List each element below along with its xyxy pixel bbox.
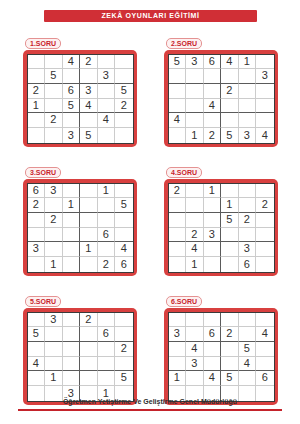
cell-r3c1[interactable] xyxy=(169,84,187,99)
cell-r4c4[interactable] xyxy=(221,99,239,114)
cell-r2c3[interactable] xyxy=(63,69,81,84)
worksheet-page: ZEKÂ OYUNLARI EĞİTİMİ 1.SORU 42532635154… xyxy=(0,0,300,424)
cell-r6c1[interactable] xyxy=(169,257,187,272)
cell-r3c4: 2 xyxy=(221,84,239,99)
cell-r4c1[interactable] xyxy=(169,228,187,243)
cell-r2c2[interactable] xyxy=(45,327,63,342)
cell-r5c6[interactable] xyxy=(256,113,274,128)
cell-r5c5: 3 xyxy=(239,242,257,257)
cell-r1c3[interactable] xyxy=(204,313,222,328)
cell-r3c1[interactable] xyxy=(169,342,187,357)
cell-r2c6: 3 xyxy=(256,69,274,84)
cell-r5c6[interactable] xyxy=(256,242,274,257)
cell-r5c5[interactable] xyxy=(98,242,116,257)
sudoku-board-2: 53641324412534 xyxy=(164,50,278,147)
cell-r3c2[interactable] xyxy=(186,213,204,228)
cell-r6c4[interactable] xyxy=(221,257,239,272)
cell-r1c4: 4 xyxy=(221,55,239,70)
cell-r2c2[interactable] xyxy=(186,198,204,213)
cell-r3c2[interactable] xyxy=(45,84,63,99)
sudoku-board-2-cells: 53641324412534 xyxy=(168,54,275,144)
cell-r4c4: 4 xyxy=(80,99,98,114)
cell-r5c4[interactable] xyxy=(80,371,98,386)
puzzle-2-label: 2.SORU xyxy=(166,38,202,49)
cell-r3c6: 2 xyxy=(115,342,133,357)
cell-r2c3: 1 xyxy=(63,198,81,213)
cell-r1c5[interactable] xyxy=(98,55,116,70)
cell-r3c5[interactable] xyxy=(98,213,116,228)
cell-r4c4[interactable] xyxy=(80,357,98,372)
cell-r5c1: 4 xyxy=(169,113,187,128)
cell-r3c3: 6 xyxy=(63,84,81,99)
cell-r2c6: 5 xyxy=(115,198,133,213)
cell-r2c1: 5 xyxy=(28,327,46,342)
cell-r6c6: 6 xyxy=(115,257,133,272)
cell-r3c2: 2 xyxy=(45,213,63,228)
cell-r5c4: 1 xyxy=(80,242,98,257)
cell-r3c6[interactable] xyxy=(256,213,274,228)
cell-r5c2: 2 xyxy=(45,113,63,128)
cell-r2c6: 4 xyxy=(256,327,274,342)
cell-r1c5[interactable] xyxy=(239,184,257,199)
cell-r3c5: 2 xyxy=(239,213,257,228)
cell-r1c4[interactable] xyxy=(221,313,239,328)
cell-r2c6[interactable] xyxy=(115,69,133,84)
cell-r5c1[interactable] xyxy=(28,113,46,128)
cell-r1c1: 6 xyxy=(28,184,46,199)
cell-r6c3: 3 xyxy=(63,128,81,143)
cell-r5c5: 4 xyxy=(98,113,116,128)
cell-r2c2: 5 xyxy=(45,69,63,84)
cell-r4c1: 1 xyxy=(28,99,46,114)
cell-r1c6[interactable] xyxy=(256,184,274,199)
cell-r2c2[interactable] xyxy=(186,327,204,342)
cell-r4c2[interactable] xyxy=(45,357,63,372)
cell-r5c2: 1 xyxy=(45,371,63,386)
cell-r2c5[interactable] xyxy=(239,327,257,342)
cell-r4c5[interactable] xyxy=(98,357,116,372)
cell-r1c6[interactable] xyxy=(256,55,274,70)
cell-r1c5[interactable] xyxy=(239,313,257,328)
cell-r4c6[interactable] xyxy=(256,228,274,243)
cell-r1c3: 4 xyxy=(63,55,81,70)
puzzle-5-label: 5.SORU xyxy=(25,296,61,307)
cell-r2c4[interactable] xyxy=(221,69,239,84)
cell-r3c1[interactable] xyxy=(28,213,46,228)
cell-r5c1: 1 xyxy=(169,371,187,386)
cell-r3c1[interactable] xyxy=(169,213,187,228)
cell-r1c5: 1 xyxy=(239,55,257,70)
cell-r4c2[interactable] xyxy=(45,99,63,114)
cell-r1c1: 5 xyxy=(169,55,187,70)
cell-r1c2: 3 xyxy=(186,55,204,70)
sudoku-board-1: 4253263515422435 xyxy=(23,50,137,147)
cell-r2c4[interactable] xyxy=(80,327,98,342)
puzzle-block-2: 2.SORU 53641324412534 xyxy=(164,32,280,147)
cell-r4c6[interactable] xyxy=(256,99,274,114)
cell-r1c4: 2 xyxy=(80,55,98,70)
cell-r1c3: 6 xyxy=(204,55,222,70)
cell-r5c3[interactable] xyxy=(63,371,81,386)
cell-r5c2[interactable] xyxy=(186,371,204,386)
cell-r4c3[interactable] xyxy=(63,357,81,372)
cell-r3c5: 5 xyxy=(239,342,257,357)
cell-r3c3[interactable] xyxy=(204,213,222,228)
cell-r5c4: 5 xyxy=(221,371,239,386)
cell-r4c2[interactable] xyxy=(45,228,63,243)
sudoku-board-5-cells: 3256241531 xyxy=(27,312,134,402)
cell-r3c6: 5 xyxy=(115,84,133,99)
cell-r5c1[interactable] xyxy=(169,242,187,257)
cell-r2c1[interactable] xyxy=(169,69,187,84)
cell-r5c1[interactable] xyxy=(28,371,46,386)
cell-r3c1[interactable] xyxy=(28,342,46,357)
cell-r1c2: 3 xyxy=(45,184,63,199)
cell-r3c3[interactable] xyxy=(63,342,81,357)
cell-r6c5: 3 xyxy=(239,128,257,143)
cell-r5c6[interactable] xyxy=(115,113,133,128)
cell-r6c4[interactable] xyxy=(80,257,98,272)
cell-r2c6: 2 xyxy=(256,198,274,213)
cell-r1c6[interactable] xyxy=(115,313,133,328)
puzzle-block-6: 6.SORU 362445341456 xyxy=(164,290,280,405)
cell-r5c4[interactable] xyxy=(221,242,239,257)
cell-r4c6[interactable] xyxy=(256,357,274,372)
cell-r4c6: 2 xyxy=(115,99,133,114)
cell-r2c4[interactable] xyxy=(80,69,98,84)
cell-r3c5[interactable] xyxy=(98,342,116,357)
cell-r1c1[interactable] xyxy=(28,55,46,70)
cell-r3c2[interactable] xyxy=(45,342,63,357)
cell-r6c2: 1 xyxy=(186,257,204,272)
sudoku-board-6: 362445341456 xyxy=(164,308,278,405)
cell-r2c5: 3 xyxy=(98,69,116,84)
cell-r1c6[interactable] xyxy=(115,55,133,70)
cell-r5c2[interactable] xyxy=(45,242,63,257)
puzzle-3-label: 3.SORU xyxy=(25,167,61,178)
cell-r6c5: 6 xyxy=(239,257,257,272)
cell-r6c5[interactable] xyxy=(98,128,116,143)
cell-r5c5[interactable] xyxy=(98,371,116,386)
cell-r3c6[interactable] xyxy=(115,213,133,228)
cell-r4c4[interactable] xyxy=(221,228,239,243)
cell-r2c3: 6 xyxy=(204,327,222,342)
puzzle-6-label: 6.SORU xyxy=(166,296,202,307)
cell-r4c5[interactable] xyxy=(239,99,257,114)
cell-r3c3[interactable] xyxy=(204,342,222,357)
cell-r6c2: 1 xyxy=(45,257,63,272)
cell-r4c1: 4 xyxy=(28,357,46,372)
cell-r4c1[interactable] xyxy=(28,228,46,243)
cell-r5c3[interactable] xyxy=(204,242,222,257)
cell-r3c2: 4 xyxy=(186,342,204,357)
cell-r4c3[interactable] xyxy=(63,228,81,243)
cell-r5c6: 6 xyxy=(256,371,274,386)
cell-r1c4[interactable] xyxy=(221,184,239,199)
cell-r5c6: 4 xyxy=(115,242,133,257)
cell-r4c1[interactable] xyxy=(169,357,187,372)
sudoku-board-1-cells: 4253263515422435 xyxy=(27,54,134,144)
cell-r4c3: 5 xyxy=(63,99,81,114)
cell-r2c4: 2 xyxy=(221,327,239,342)
cell-r1c6[interactable] xyxy=(256,313,274,328)
cell-r5c3[interactable] xyxy=(204,113,222,128)
cell-r1c2: 3 xyxy=(45,313,63,328)
puzzle-block-1: 1.SORU 4253263515422435 xyxy=(23,32,139,147)
sudoku-board-3: 63121526314126 xyxy=(23,179,137,276)
cell-r3c4[interactable] xyxy=(221,342,239,357)
cell-r4c2: 3 xyxy=(186,357,204,372)
cell-r2c2[interactable] xyxy=(186,69,204,84)
cell-r5c3[interactable] xyxy=(63,113,81,128)
puzzle-block-4: 4.SORU 211252234316 xyxy=(164,161,280,276)
cell-r2c5[interactable] xyxy=(98,198,116,213)
cell-r3c6[interactable] xyxy=(256,84,274,99)
sudoku-board-4-cells: 211252234316 xyxy=(168,183,275,273)
cell-r4c6[interactable] xyxy=(115,228,133,243)
cell-r5c3[interactable] xyxy=(63,242,81,257)
puzzle-block-3: 3.SORU 63121526314126 xyxy=(23,161,139,276)
cell-r2c3[interactable] xyxy=(204,69,222,84)
cell-r1c6[interactable] xyxy=(115,184,133,199)
cell-r3c4[interactable] xyxy=(80,213,98,228)
cell-r5c6: 5 xyxy=(115,371,133,386)
cell-r4c4[interactable] xyxy=(221,357,239,372)
cell-r6c3[interactable] xyxy=(204,257,222,272)
sudoku-board-4: 211252234316 xyxy=(164,179,278,276)
cell-r5c2[interactable] xyxy=(186,113,204,128)
cell-r2c4: 1 xyxy=(221,198,239,213)
cell-r6c3: 2 xyxy=(204,128,222,143)
cell-r1c4: 2 xyxy=(80,313,98,328)
cell-r1c5[interactable] xyxy=(98,313,116,328)
cell-r6c1[interactable] xyxy=(28,257,46,272)
cell-r3c4[interactable] xyxy=(80,342,98,357)
cell-r1c1[interactable] xyxy=(169,313,187,328)
cell-r4c5: 4 xyxy=(239,357,257,372)
cell-r6c6[interactable] xyxy=(115,128,133,143)
cell-r1c5: 1 xyxy=(98,184,116,199)
cell-r6c4: 5 xyxy=(80,128,98,143)
cell-r6c6[interactable] xyxy=(256,257,274,272)
cell-r2c1: 2 xyxy=(28,198,46,213)
cell-r6c6: 4 xyxy=(256,128,274,143)
puzzle-1-label: 1.SORU xyxy=(25,38,61,49)
cell-r6c1[interactable] xyxy=(169,128,187,143)
cell-r1c2[interactable] xyxy=(45,55,63,70)
cell-r6c3[interactable] xyxy=(63,257,81,272)
cell-r2c1[interactable] xyxy=(28,69,46,84)
sudoku-board-5: 3256241531 xyxy=(23,308,137,405)
cell-r2c2[interactable] xyxy=(45,198,63,213)
cell-r6c2[interactable] xyxy=(45,128,63,143)
cell-r2c5: 6 xyxy=(98,327,116,342)
cell-r5c2: 4 xyxy=(186,242,204,257)
cell-r2c3[interactable] xyxy=(63,327,81,342)
puzzle-block-5: 5.SORU 3256241531 xyxy=(23,290,139,405)
cell-r6c2: 1 xyxy=(186,128,204,143)
cell-r4c5: 6 xyxy=(98,228,116,243)
cell-r5c5[interactable] xyxy=(239,371,257,386)
footer-text: Öğretmen Yetiştirme Ve Geliştirme Genel … xyxy=(0,398,300,405)
cell-r3c3[interactable] xyxy=(63,213,81,228)
page-title: ZEKÂ OYUNLARI EĞİTİMİ xyxy=(44,10,257,22)
cell-r4c5[interactable] xyxy=(239,228,257,243)
sudoku-board-6-cells: 362445341456 xyxy=(168,312,275,402)
cell-r2c4[interactable] xyxy=(80,198,98,213)
cell-r2c6[interactable] xyxy=(115,327,133,342)
cell-r4c3: 3 xyxy=(204,228,222,243)
cell-r3c2[interactable] xyxy=(186,84,204,99)
cell-r4c3[interactable] xyxy=(204,357,222,372)
cell-r1c3: 1 xyxy=(204,184,222,199)
cell-r4c5[interactable] xyxy=(98,99,116,114)
cell-r3c1: 2 xyxy=(28,84,46,99)
cell-r1c3[interactable] xyxy=(63,313,81,328)
cell-r3c5[interactable] xyxy=(98,84,116,99)
puzzle-4-label: 4.SORU xyxy=(166,167,202,178)
cell-r4c3: 4 xyxy=(204,99,222,114)
cell-r6c1[interactable] xyxy=(28,128,46,143)
cell-r5c4[interactable] xyxy=(221,113,239,128)
cell-r3c5[interactable] xyxy=(239,84,257,99)
cell-r4c6[interactable] xyxy=(115,357,133,372)
cell-r3c4: 3 xyxy=(80,84,98,99)
cell-r1c2[interactable] xyxy=(186,313,204,328)
cell-r2c1[interactable] xyxy=(169,198,187,213)
cell-r4c1[interactable] xyxy=(169,99,187,114)
cell-r1c2[interactable] xyxy=(186,184,204,199)
cell-r2c5[interactable] xyxy=(239,198,257,213)
cell-r1c1[interactable] xyxy=(28,313,46,328)
cell-r4c4[interactable] xyxy=(80,228,98,243)
cell-r3c3[interactable] xyxy=(204,84,222,99)
cell-r1c3[interactable] xyxy=(63,184,81,199)
cell-r5c4[interactable] xyxy=(80,113,98,128)
cell-r2c3[interactable] xyxy=(204,198,222,213)
cell-r5c1: 3 xyxy=(28,242,46,257)
cell-r6c5: 2 xyxy=(98,257,116,272)
cell-r5c5[interactable] xyxy=(239,113,257,128)
puzzle-grid-area: 1.SORU 4253263515422435 2.SORU 536413244… xyxy=(23,32,280,405)
cell-r1c4[interactable] xyxy=(80,184,98,199)
sudoku-board-3-cells: 63121526314126 xyxy=(27,183,134,273)
cell-r3c4: 5 xyxy=(221,213,239,228)
cell-r2c5[interactable] xyxy=(239,69,257,84)
footer-divider xyxy=(18,409,282,411)
cell-r4c2[interactable] xyxy=(186,99,204,114)
cell-r1c1: 2 xyxy=(169,184,187,199)
cell-r5c3: 4 xyxy=(204,371,222,386)
cell-r4c2: 2 xyxy=(186,228,204,243)
cell-r2c1: 3 xyxy=(169,327,187,342)
cell-r6c4: 5 xyxy=(221,128,239,143)
cell-r3c6[interactable] xyxy=(256,342,274,357)
